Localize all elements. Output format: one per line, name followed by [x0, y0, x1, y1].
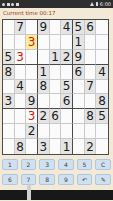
- cell-r7c1[interactable]: [3, 109, 15, 124]
- keypad-row: 12345C: [2, 159, 111, 170]
- number-keypad: 12345C6789↶✎: [0, 155, 113, 185]
- cell-r7c8[interactable]: 8: [85, 109, 97, 124]
- notification-icon: [7, 3, 10, 6]
- cell-r8c1[interactable]: [3, 124, 15, 139]
- cell-r6c4[interactable]: [38, 94, 50, 109]
- cell-r4c3[interactable]: [26, 65, 38, 80]
- cell-r4c9[interactable]: 4: [96, 65, 108, 80]
- cell-r4c7[interactable]: 6: [73, 65, 85, 80]
- cell-r8c7[interactable]: [73, 124, 85, 139]
- cell-r1c2[interactable]: 7: [15, 20, 27, 35]
- cell-r2c9[interactable]: [96, 35, 108, 50]
- cell-r9c9[interactable]: [96, 139, 108, 154]
- cell-r6c3[interactable]: 9: [26, 94, 38, 109]
- cell-r3c8[interactable]: [85, 50, 97, 65]
- cell-r8c4[interactable]: [38, 124, 50, 139]
- cell-r2c2[interactable]: [15, 35, 27, 50]
- cell-r6c2[interactable]: [15, 94, 27, 109]
- key-3[interactable]: 3: [39, 159, 55, 170]
- cell-r5c8[interactable]: 7: [85, 80, 97, 95]
- cell-r5c9[interactable]: [96, 80, 108, 95]
- cell-r1c7[interactable]: 5: [73, 20, 85, 35]
- cell-r2c6[interactable]: [61, 35, 73, 50]
- cell-r4c6[interactable]: [61, 65, 73, 80]
- cell-r5c2[interactable]: 4: [15, 80, 27, 95]
- cell-r9c6[interactable]: 1: [61, 139, 73, 154]
- cell-r1c6[interactable]: 4: [61, 20, 73, 35]
- cell-r8c2[interactable]: [15, 124, 27, 139]
- cell-r5c1[interactable]: [3, 80, 15, 95]
- cell-r1c4[interactable]: 9: [38, 20, 50, 35]
- status-bar: 6:00: [0, 0, 113, 8]
- key-6[interactable]: 6: [2, 174, 18, 185]
- key-2[interactable]: 2: [21, 159, 37, 170]
- cell-r1c8[interactable]: 6: [85, 20, 97, 35]
- cell-r3c6[interactable]: 2: [61, 50, 73, 65]
- cell-r3c3[interactable]: [26, 50, 38, 65]
- cell-r7c6[interactable]: [61, 109, 73, 124]
- key-1[interactable]: 1: [2, 159, 18, 170]
- cell-r5c4[interactable]: 8: [38, 80, 50, 95]
- key-5[interactable]: 5: [77, 159, 93, 170]
- cell-r5c6[interactable]: 5: [61, 80, 73, 95]
- status-right: 6:00: [90, 2, 111, 7]
- cell-r6c9[interactable]: 8: [96, 94, 108, 109]
- battery-icon: [96, 2, 99, 7]
- cell-r7c2[interactable]: [15, 109, 27, 124]
- key-8[interactable]: 8: [39, 174, 55, 185]
- status-clock: 6:00: [100, 2, 111, 7]
- keypad-row: 6789↶✎: [2, 174, 111, 185]
- cell-r4c4[interactable]: 1: [38, 65, 50, 80]
- notification-icon: [16, 3, 19, 6]
- cell-r1c9[interactable]: [96, 20, 108, 35]
- cell-r3c9[interactable]: [96, 50, 108, 65]
- cell-r2c5[interactable]: [50, 35, 62, 50]
- cell-r7c9[interactable]: 5: [96, 109, 108, 124]
- back-button[interactable]: [27, 186, 31, 201]
- cell-r5c7[interactable]: [73, 80, 85, 95]
- cell-r6c1[interactable]: 3: [3, 94, 15, 109]
- cell-r9c2[interactable]: 8: [15, 139, 27, 154]
- key-4[interactable]: 4: [58, 159, 74, 170]
- cell-r1c1[interactable]: [3, 20, 15, 35]
- cell-r2c3[interactable]: 3: [26, 35, 38, 50]
- cell-r3c2[interactable]: 3: [15, 50, 27, 65]
- notification-icons: [2, 3, 19, 6]
- key-clear[interactable]: C: [95, 159, 111, 170]
- cell-r2c1[interactable]: [3, 35, 15, 50]
- cell-r9c7[interactable]: [73, 139, 85, 154]
- title-bar: Current time 00:17: [0, 8, 113, 19]
- cell-r8c6[interactable]: [61, 124, 73, 139]
- cell-r8c9[interactable]: [96, 124, 108, 139]
- android-nav-bar: [0, 190, 113, 200]
- cell-r1c3[interactable]: [26, 20, 38, 35]
- cell-r3c4[interactable]: [38, 50, 50, 65]
- sudoku-board: 7945631531298164485739683268528312: [2, 19, 109, 155]
- cell-r6c6[interactable]: 6: [61, 94, 73, 109]
- cell-r4c1[interactable]: 8: [3, 65, 15, 80]
- cell-r7c4[interactable]: 2: [38, 109, 50, 124]
- signal-icon: [90, 2, 94, 6]
- pencil-button[interactable]: ✎: [95, 174, 111, 185]
- cell-r8c5[interactable]: [50, 124, 62, 139]
- notification-icon: [2, 3, 5, 6]
- cell-r1c5[interactable]: [50, 20, 62, 35]
- cell-r7c5[interactable]: 6: [50, 109, 62, 124]
- cell-r5c5[interactable]: [50, 80, 62, 95]
- cell-r9c8[interactable]: 2: [85, 139, 97, 154]
- cell-r4c2[interactable]: [15, 65, 27, 80]
- key-9[interactable]: 9: [58, 174, 74, 185]
- cell-r3c7[interactable]: 9: [73, 50, 85, 65]
- back-icon: [27, 184, 31, 201]
- cell-r7c7[interactable]: [73, 109, 85, 124]
- cell-r8c8[interactable]: [85, 124, 97, 139]
- cell-r3c5[interactable]: 1: [50, 50, 62, 65]
- cell-r2c4[interactable]: [38, 35, 50, 50]
- cell-r5c3[interactable]: [26, 80, 38, 95]
- cell-r9c3[interactable]: [26, 139, 38, 154]
- cell-r9c5[interactable]: [50, 139, 62, 154]
- cell-r8c3[interactable]: 2: [26, 124, 38, 139]
- cell-r2c8[interactable]: [85, 35, 97, 50]
- cell-r4c8[interactable]: [85, 65, 97, 80]
- cell-r7c3[interactable]: 3: [26, 109, 38, 124]
- cell-r6c5[interactable]: [50, 94, 62, 109]
- cell-r2c7[interactable]: 1: [73, 35, 85, 50]
- sudoku-app: 6:00 Current time 00:17 7945631531298164…: [0, 0, 113, 200]
- cell-r6c7[interactable]: [73, 94, 85, 109]
- undo-button[interactable]: ↶: [77, 174, 93, 185]
- cell-r9c1[interactable]: [3, 139, 15, 154]
- cell-r3c1[interactable]: 5: [3, 50, 15, 65]
- game-timer-label: Current time 00:17: [3, 11, 55, 17]
- cell-r4c5[interactable]: [50, 65, 62, 80]
- cell-r9c4[interactable]: 3: [38, 139, 50, 154]
- notification-icon: [11, 3, 14, 6]
- cell-r6c8[interactable]: [85, 94, 97, 109]
